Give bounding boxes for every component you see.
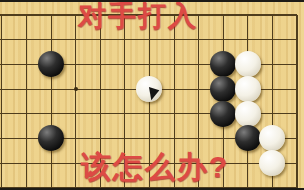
intersection[interactable] <box>235 126 260 151</box>
intersection[interactable] <box>39 27 64 52</box>
intersection[interactable] <box>235 101 260 126</box>
black-stone <box>210 51 236 77</box>
intersection[interactable] <box>39 151 64 176</box>
puzzle-question: 该怎么办? <box>81 152 229 182</box>
intersection[interactable] <box>260 151 285 176</box>
intersection[interactable] <box>285 77 304 102</box>
star-point <box>74 87 78 91</box>
intersection[interactable] <box>137 126 162 151</box>
intersection[interactable] <box>113 52 138 77</box>
intersection[interactable] <box>235 151 260 176</box>
letterbox-top-bar <box>0 0 304 2</box>
intersection[interactable] <box>285 151 304 176</box>
intersection[interactable] <box>63 101 88 126</box>
black-stone <box>38 51 64 77</box>
intersection[interactable] <box>137 101 162 126</box>
triangle-marker-icon <box>136 76 162 102</box>
white-stone <box>235 76 261 102</box>
white-stone-marked <box>136 76 162 102</box>
black-stone <box>210 101 236 127</box>
intersection[interactable] <box>162 77 187 102</box>
intersection[interactable] <box>0 101 14 126</box>
intersection[interactable] <box>285 52 304 77</box>
intersection[interactable] <box>260 126 285 151</box>
intersection[interactable] <box>235 77 260 102</box>
intersection[interactable] <box>235 3 260 28</box>
black-stone <box>210 76 236 102</box>
intersection[interactable] <box>137 52 162 77</box>
intersection[interactable] <box>63 126 88 151</box>
white-stone <box>259 125 285 151</box>
intersection[interactable] <box>14 151 39 176</box>
intersection[interactable] <box>285 27 304 52</box>
intersection[interactable] <box>39 101 64 126</box>
white-stone <box>235 51 261 77</box>
intersection[interactable] <box>211 27 236 52</box>
intersection[interactable] <box>235 52 260 77</box>
intersection[interactable] <box>14 101 39 126</box>
intersection[interactable] <box>0 77 14 102</box>
intersection[interactable] <box>0 151 14 176</box>
intersection[interactable] <box>260 77 285 102</box>
intersection[interactable] <box>211 126 236 151</box>
intersection[interactable] <box>235 27 260 52</box>
intersection[interactable] <box>211 101 236 126</box>
intersection[interactable] <box>113 126 138 151</box>
intersection[interactable] <box>63 52 88 77</box>
intersection[interactable] <box>88 52 113 77</box>
intersection[interactable] <box>14 27 39 52</box>
intersection[interactable] <box>14 126 39 151</box>
intersection[interactable] <box>186 77 211 102</box>
intersection[interactable] <box>14 77 39 102</box>
black-stone <box>235 125 261 151</box>
intersection[interactable] <box>14 52 39 77</box>
intersection[interactable] <box>39 52 64 77</box>
intersection[interactable] <box>88 77 113 102</box>
intersection[interactable] <box>211 3 236 28</box>
white-stone <box>235 101 261 127</box>
intersection[interactable] <box>137 77 162 102</box>
letterbox-bottom-bar <box>0 188 304 190</box>
intersection[interactable] <box>186 126 211 151</box>
intersection[interactable] <box>260 52 285 77</box>
intersection[interactable] <box>285 101 304 126</box>
intersection[interactable] <box>88 126 113 151</box>
black-stone <box>38 125 64 151</box>
intersection[interactable] <box>186 52 211 77</box>
intersection[interactable] <box>285 3 304 28</box>
intersection[interactable] <box>14 3 39 28</box>
white-stone <box>259 150 285 176</box>
intersection[interactable] <box>39 3 64 28</box>
intersection[interactable] <box>285 126 304 151</box>
intersection[interactable] <box>211 77 236 102</box>
intersection[interactable] <box>186 101 211 126</box>
intersection[interactable] <box>211 52 236 77</box>
intersection[interactable] <box>0 27 14 52</box>
intersection[interactable] <box>260 101 285 126</box>
intersection[interactable] <box>260 3 285 28</box>
intersection[interactable] <box>113 77 138 102</box>
intersection[interactable] <box>0 126 14 151</box>
intersection[interactable] <box>162 52 187 77</box>
intersection[interactable] <box>63 77 88 102</box>
intersection[interactable] <box>88 101 113 126</box>
intersection[interactable] <box>162 101 187 126</box>
go-board-scene: 对手打入 该怎么办? <box>0 0 304 190</box>
intersection[interactable] <box>0 3 14 28</box>
intersection[interactable] <box>162 126 187 151</box>
intersection[interactable] <box>260 27 285 52</box>
intersection[interactable] <box>0 52 14 77</box>
intersection[interactable] <box>113 101 138 126</box>
intersection[interactable] <box>39 77 64 102</box>
intersection[interactable] <box>39 126 64 151</box>
puzzle-title: 对手打入 <box>78 2 198 30</box>
